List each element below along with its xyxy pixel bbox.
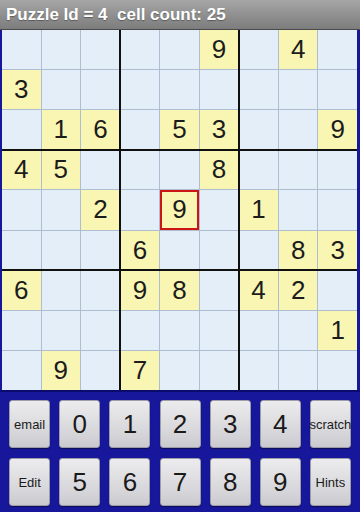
cell-r3c8[interactable] bbox=[279, 110, 318, 149]
key-6[interactable]: 6 bbox=[109, 458, 150, 506]
cell-r3c6[interactable]: 3 bbox=[200, 110, 239, 149]
cell-r9c3[interactable] bbox=[81, 351, 120, 390]
key-hints[interactable]: Hints bbox=[310, 458, 351, 506]
cell-r9c9[interactable] bbox=[318, 351, 357, 390]
cell-r6c4[interactable]: 6 bbox=[121, 231, 160, 270]
cell-r4c2[interactable]: 5 bbox=[42, 150, 81, 189]
cell-r3c7[interactable] bbox=[239, 110, 278, 149]
cell-r9c2[interactable]: 9 bbox=[42, 351, 81, 390]
cell-r5c8[interactable] bbox=[279, 190, 318, 229]
cell-r2c9[interactable] bbox=[318, 70, 357, 109]
cell-r4c3[interactable] bbox=[81, 150, 120, 189]
cell-r9c8[interactable] bbox=[279, 351, 318, 390]
cell-r3c1[interactable] bbox=[2, 110, 41, 149]
cell-r5c1[interactable] bbox=[2, 190, 41, 229]
key-1[interactable]: 1 bbox=[109, 400, 150, 448]
cell-r7c1[interactable]: 6 bbox=[2, 271, 41, 310]
cell-r2c4[interactable] bbox=[121, 70, 160, 109]
cell-r2c2[interactable] bbox=[42, 70, 81, 109]
cell-r8c7[interactable] bbox=[239, 311, 278, 350]
cell-r2c8[interactable] bbox=[279, 70, 318, 109]
cell-r4c5[interactable] bbox=[160, 150, 199, 189]
cell-r2c1[interactable]: 3 bbox=[2, 70, 41, 109]
key-2[interactable]: 2 bbox=[160, 400, 201, 448]
cell-r5c9[interactable] bbox=[318, 190, 357, 229]
cell-r8c9[interactable]: 1 bbox=[318, 311, 357, 350]
cell-r8c2[interactable] bbox=[42, 311, 81, 350]
cell-r7c6[interactable] bbox=[200, 271, 239, 310]
key-email[interactable]: email bbox=[9, 400, 50, 448]
page-title: Puzzle Id = 4 cell count: 25 bbox=[6, 5, 226, 25]
cell-r1c5[interactable] bbox=[160, 30, 199, 69]
cell-r7c2[interactable] bbox=[42, 271, 81, 310]
cell-r8c4[interactable] bbox=[121, 311, 160, 350]
cell-r1c4[interactable] bbox=[121, 30, 160, 69]
cell-r6c5[interactable] bbox=[160, 231, 199, 270]
cell-r1c8[interactable]: 4 bbox=[279, 30, 318, 69]
cell-r9c1[interactable] bbox=[2, 351, 41, 390]
title-bar: Puzzle Id = 4 cell count: 25 bbox=[0, 0, 360, 30]
cell-r3c4[interactable] bbox=[121, 110, 160, 149]
cell-r2c6[interactable] bbox=[200, 70, 239, 109]
cell-r8c3[interactable] bbox=[81, 311, 120, 350]
cell-r1c3[interactable] bbox=[81, 30, 120, 69]
cell-r4c8[interactable] bbox=[279, 150, 318, 189]
cell-r9c4[interactable]: 7 bbox=[121, 351, 160, 390]
cell-r9c7[interactable] bbox=[239, 351, 278, 390]
key-3[interactable]: 3 bbox=[210, 400, 251, 448]
key-9[interactable]: 9 bbox=[260, 458, 301, 506]
cell-r4c6[interactable]: 8 bbox=[200, 150, 239, 189]
keypad: email01234scratch Edit56789Hints bbox=[0, 390, 360, 512]
cell-r7c7[interactable]: 4 bbox=[239, 271, 278, 310]
cell-r8c6[interactable] bbox=[200, 311, 239, 350]
cell-r5c5[interactable]: 9 bbox=[160, 190, 199, 229]
cell-r7c8[interactable]: 2 bbox=[279, 271, 318, 310]
key-5[interactable]: 5 bbox=[59, 458, 100, 506]
key-edit[interactable]: Edit bbox=[9, 458, 50, 506]
cell-r6c6[interactable] bbox=[200, 231, 239, 270]
cell-r3c9[interactable]: 9 bbox=[318, 110, 357, 149]
cell-r2c7[interactable] bbox=[239, 70, 278, 109]
cell-r3c2[interactable]: 1 bbox=[42, 110, 81, 149]
key-0[interactable]: 0 bbox=[59, 400, 100, 448]
cell-r2c5[interactable] bbox=[160, 70, 199, 109]
keypad-row-2: Edit56789Hints bbox=[0, 458, 360, 506]
cell-r7c9[interactable] bbox=[318, 271, 357, 310]
cell-r5c7[interactable]: 1 bbox=[239, 190, 278, 229]
cell-r1c7[interactable] bbox=[239, 30, 278, 69]
cell-r7c5[interactable]: 8 bbox=[160, 271, 199, 310]
cell-r9c5[interactable] bbox=[160, 351, 199, 390]
cell-r6c7[interactable] bbox=[239, 231, 278, 270]
cell-r1c1[interactable] bbox=[2, 30, 41, 69]
sudoku-board: 9431653945829168369842197 bbox=[2, 30, 357, 390]
cell-r1c6[interactable]: 9 bbox=[200, 30, 239, 69]
cell-r1c9[interactable] bbox=[318, 30, 357, 69]
cell-r6c1[interactable] bbox=[2, 231, 41, 270]
key-scratch[interactable]: scratch bbox=[310, 400, 351, 448]
cell-r4c4[interactable] bbox=[121, 150, 160, 189]
cell-r7c4[interactable]: 9 bbox=[121, 271, 160, 310]
cell-r9c6[interactable] bbox=[200, 351, 239, 390]
key-4[interactable]: 4 bbox=[260, 400, 301, 448]
cell-r6c8[interactable]: 8 bbox=[279, 231, 318, 270]
cell-r6c2[interactable] bbox=[42, 231, 81, 270]
cell-r6c9[interactable]: 3 bbox=[318, 231, 357, 270]
board-area: 9431653945829168369842197 bbox=[0, 30, 360, 390]
cell-r3c3[interactable]: 6 bbox=[81, 110, 120, 149]
cell-r8c5[interactable] bbox=[160, 311, 199, 350]
cell-r5c6[interactable] bbox=[200, 190, 239, 229]
cell-r8c8[interactable] bbox=[279, 311, 318, 350]
cell-r6c3[interactable] bbox=[81, 231, 120, 270]
cell-r8c1[interactable] bbox=[2, 311, 41, 350]
cell-r7c3[interactable] bbox=[81, 271, 120, 310]
key-7[interactable]: 7 bbox=[160, 458, 201, 506]
cell-r2c3[interactable] bbox=[81, 70, 120, 109]
cell-r3c5[interactable]: 5 bbox=[160, 110, 199, 149]
cell-r1c2[interactable] bbox=[42, 30, 81, 69]
key-8[interactable]: 8 bbox=[210, 458, 251, 506]
cell-r4c9[interactable] bbox=[318, 150, 357, 189]
cell-r5c3[interactable]: 2 bbox=[81, 190, 120, 229]
cell-r5c4[interactable] bbox=[121, 190, 160, 229]
cell-r5c2[interactable] bbox=[42, 190, 81, 229]
cell-r4c1[interactable]: 4 bbox=[2, 150, 41, 189]
cell-r4c7[interactable] bbox=[239, 150, 278, 189]
keypad-row-1: email01234scratch bbox=[0, 400, 360, 448]
